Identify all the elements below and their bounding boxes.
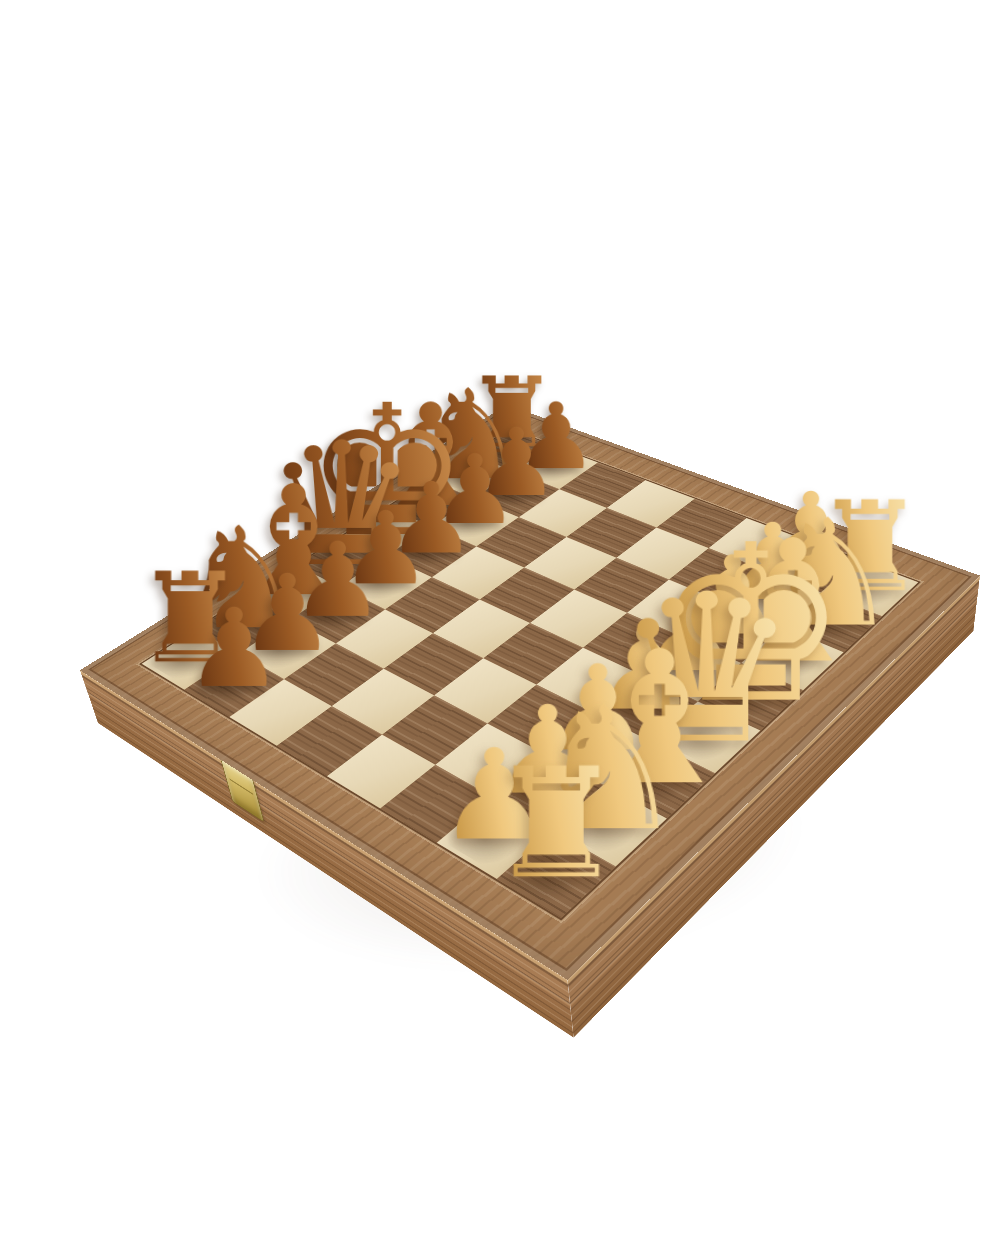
black-pawn-glyph: ♟ [185,594,283,703]
camera-tilt-wrapper: ♜♟♟♜♞♟♟♞♝♟♟♝♚♟♟♚♛♟♟♛♝♟♟♝♞♟♟♞♜♟♟♜ [0,0,1000,1250]
chess-box: ♜♟♟♜♞♟♟♞♝♟♟♝♚♟♟♚♛♟♟♛♝♟♟♝♞♟♟♞♜♟♟♜ [80,405,980,980]
product-photo-stage: ♜♟♟♜♞♟♟♞♝♟♟♝♚♟♟♚♛♟♟♛♝♟♟♝♞♟♟♞♜♟♟♜ [0,0,1000,1250]
